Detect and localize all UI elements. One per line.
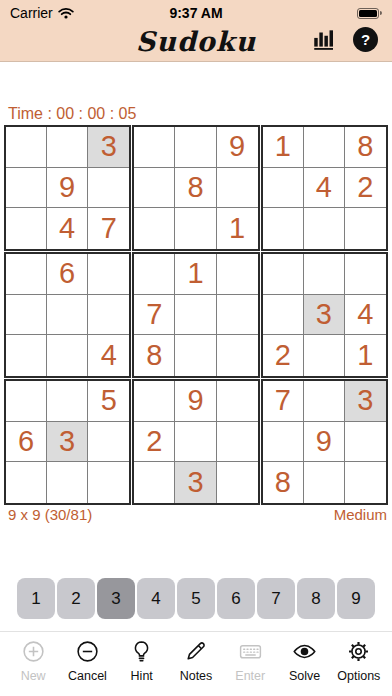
battery-icon <box>357 6 382 19</box>
grid-cell-r3c2[interactable]: 4 <box>47 208 88 249</box>
toolbar-label-notes: Notes <box>180 669 213 683</box>
grid-cell-r9c4[interactable] <box>134 462 175 503</box>
stats-icon[interactable] <box>311 26 337 52</box>
grid-cell-r4c4[interactable] <box>134 254 175 295</box>
grid-cell-r3c3[interactable]: 7 <box>88 208 129 249</box>
grid-cell-r5c4[interactable]: 7 <box>134 295 175 336</box>
number-pad: 123456789 <box>0 578 392 619</box>
wifi-icon <box>58 7 74 19</box>
grid-cell-r3c7[interactable] <box>263 208 304 249</box>
box-0-0: 3947 <box>4 125 131 251</box>
timer-label: Time : 00 : 00 : 05 <box>8 104 392 123</box>
grid-cell-r3c5[interactable] <box>175 208 216 249</box>
grid-cell-r3c9[interactable] <box>345 208 386 249</box>
grid-cell-r8c2[interactable]: 3 <box>47 422 88 463</box>
box-1-1: 178 <box>132 252 259 378</box>
grid-cell-r9c5[interactable]: 3 <box>175 462 216 503</box>
grid-cell-r1c2[interactable] <box>47 127 88 168</box>
digit-button-8[interactable]: 8 <box>297 578 335 619</box>
difficulty-label: Medium <box>334 507 387 523</box>
grid-cell-r8c5[interactable] <box>175 422 216 463</box>
grid-cell-r8c4[interactable]: 2 <box>134 422 175 463</box>
grid-cell-r2c6[interactable] <box>217 168 258 209</box>
grid-cell-r4c2[interactable]: 6 <box>47 254 88 295</box>
grid-cell-r1c9[interactable]: 8 <box>345 127 386 168</box>
box-1-0: 64 <box>4 252 131 378</box>
grid-cell-r6c4[interactable]: 8 <box>134 335 175 376</box>
digit-button-4[interactable]: 4 <box>137 578 175 619</box>
grid-cell-r7c9[interactable]: 3 <box>345 381 386 422</box>
grid-cell-r3c8[interactable] <box>304 208 345 249</box>
grid-cell-r1c3[interactable]: 3 <box>88 127 129 168</box>
grid-cell-r2c5[interactable]: 8 <box>175 168 216 209</box>
grid-cell-r5c9[interactable]: 4 <box>345 295 386 336</box>
box-1-2: 3421 <box>261 252 388 378</box>
grid-cell-r2c3[interactable] <box>88 168 129 209</box>
nav-bar: Sudoku ? <box>0 24 392 62</box>
toolbar-label-solve: Solve <box>289 669 320 683</box>
box-2-0: 563 <box>4 379 131 505</box>
grid-cell-r5c8[interactable]: 3 <box>304 295 345 336</box>
box-2-2: 7398 <box>261 379 388 505</box>
digit-button-2[interactable]: 2 <box>57 578 95 619</box>
digit-button-7[interactable]: 7 <box>257 578 295 619</box>
toolbar-button-hint[interactable]: Hint <box>116 639 168 683</box>
grid-cell-r8c8[interactable]: 9 <box>304 422 345 463</box>
board-size-label: 9 x 9 (30/81) <box>8 507 92 523</box>
grid-cell-r3c4[interactable] <box>134 208 175 249</box>
toolbar-button-enter[interactable]: Enter <box>224 639 276 683</box>
toolbar: NewCancelHintNotesEnterSolveOptions <box>0 631 392 696</box>
grid-cell-r7c4[interactable] <box>134 381 175 422</box>
grid-cell-r6c1[interactable] <box>6 335 47 376</box>
grid-cell-r4c8[interactable] <box>304 254 345 295</box>
carrier-label: Carrier <box>10 5 53 21</box>
grid-cell-r8c3[interactable] <box>88 422 129 463</box>
minus-circle-icon <box>75 639 100 668</box>
grid-cell-r2c8[interactable]: 4 <box>304 168 345 209</box>
grid-cell-r6c2[interactable] <box>47 335 88 376</box>
grid-cell-r5c7[interactable] <box>263 295 304 336</box>
grid-cell-r5c1[interactable] <box>6 295 47 336</box>
help-button[interactable]: ? <box>353 27 378 52</box>
board-footer: 9 x 9 (30/81) Medium <box>0 505 392 523</box>
pencil-icon <box>183 639 208 668</box>
toolbar-label-cancel: Cancel <box>68 669 107 683</box>
grid-cell-r4c6[interactable] <box>217 254 258 295</box>
status-time: 9:37 AM <box>169 5 222 21</box>
digit-button-5[interactable]: 5 <box>177 578 215 619</box>
grid-cell-r4c3[interactable] <box>88 254 129 295</box>
digit-button-9[interactable]: 9 <box>337 578 375 619</box>
sudoku-board: 394798118426417834215639237398 <box>4 125 388 505</box>
grid-cell-r7c7[interactable]: 7 <box>263 381 304 422</box>
grid-cell-r2c2[interactable]: 9 <box>47 168 88 209</box>
grid-cell-r5c3[interactable] <box>88 295 129 336</box>
grid-cell-r7c8[interactable] <box>304 381 345 422</box>
grid-cell-r5c5[interactable] <box>175 295 216 336</box>
gear-icon <box>346 639 371 668</box>
status-bar: Carrier 9:37 AM <box>0 0 392 24</box>
grid-cell-r9c2[interactable] <box>47 462 88 503</box>
grid-cell-r6c5[interactable] <box>175 335 216 376</box>
digit-button-1[interactable]: 1 <box>17 578 55 619</box>
grid-cell-r6c3[interactable]: 4 <box>88 335 129 376</box>
grid-cell-r1c4[interactable] <box>134 127 175 168</box>
grid-cell-r1c5[interactable] <box>175 127 216 168</box>
grid-cell-r9c7[interactable]: 8 <box>263 462 304 503</box>
grid-cell-r4c5[interactable]: 1 <box>175 254 216 295</box>
toolbar-label-new: New <box>21 669 46 683</box>
grid-cell-r8c7[interactable] <box>263 422 304 463</box>
grid-cell-r5c6[interactable] <box>217 295 258 336</box>
grid-cell-r6c9[interactable]: 1 <box>345 335 386 376</box>
grid-cell-r3c6[interactable]: 1 <box>217 208 258 249</box>
grid-cell-r1c1[interactable] <box>6 127 47 168</box>
grid-cell-r7c2[interactable] <box>47 381 88 422</box>
digit-button-6[interactable]: 6 <box>217 578 255 619</box>
grid-cell-r9c8[interactable] <box>304 462 345 503</box>
grid-cell-r1c7[interactable]: 1 <box>263 127 304 168</box>
grid-cell-r5c2[interactable] <box>47 295 88 336</box>
toolbar-button-new[interactable]: New <box>7 639 59 683</box>
grid-cell-r8c6[interactable] <box>217 422 258 463</box>
lightbulb-icon <box>129 639 154 668</box>
grid-cell-r3c1[interactable] <box>6 208 47 249</box>
grid-cell-r1c8[interactable] <box>304 127 345 168</box>
grid-cell-r6c6[interactable] <box>217 335 258 376</box>
toolbar-button-options[interactable]: Options <box>333 639 385 683</box>
toolbar-button-cancel[interactable]: Cancel <box>61 639 113 683</box>
eye-icon <box>292 639 317 668</box>
grid-cell-r4c1[interactable] <box>6 254 47 295</box>
keyboard-icon <box>238 639 263 668</box>
grid-cell-r6c8[interactable] <box>304 335 345 376</box>
grid-cell-r7c6[interactable] <box>217 381 258 422</box>
grid-cell-r9c1[interactable] <box>6 462 47 503</box>
grid-cell-r7c5[interactable]: 9 <box>175 381 216 422</box>
page-title: Sudoku <box>136 26 256 61</box>
grid-cell-r4c9[interactable] <box>345 254 386 295</box>
app-screen: Carrier 9:37 AM Sudoku ? <box>0 0 392 696</box>
plus-circle-icon <box>21 639 46 668</box>
toolbar-label-options: Options <box>337 669 380 683</box>
grid-cell-r4c7[interactable] <box>263 254 304 295</box>
grid-cell-r2c1[interactable] <box>6 168 47 209</box>
grid-cell-r9c6[interactable] <box>217 462 258 503</box>
box-0-1: 981 <box>132 125 259 251</box>
grid-cell-r9c3[interactable] <box>88 462 129 503</box>
header: Carrier 9:37 AM Sudoku ? <box>0 0 392 62</box>
box-2-1: 923 <box>132 379 259 505</box>
grid-cell-r2c7[interactable] <box>263 168 304 209</box>
grid-cell-r6c7[interactable]: 2 <box>263 335 304 376</box>
toolbar-button-solve[interactable]: Solve <box>279 639 331 683</box>
grid-cell-r8c1[interactable]: 6 <box>6 422 47 463</box>
digit-button-3[interactable]: 3 <box>97 578 135 619</box>
grid-cell-r2c4[interactable] <box>134 168 175 209</box>
grid-cell-r7c1[interactable] <box>6 381 47 422</box>
toolbar-label-enter: Enter <box>235 669 265 683</box>
grid-cell-r8c9[interactable] <box>345 422 386 463</box>
grid-cell-r9c9[interactable] <box>345 462 386 503</box>
grid-cell-r1c6[interactable]: 9 <box>217 127 258 168</box>
toolbar-label-hint: Hint <box>131 669 153 683</box>
grid-cell-r7c3[interactable]: 5 <box>88 381 129 422</box>
grid-cell-r2c9[interactable]: 2 <box>345 168 386 209</box>
toolbar-button-notes[interactable]: Notes <box>170 639 222 683</box>
box-0-2: 1842 <box>261 125 388 251</box>
